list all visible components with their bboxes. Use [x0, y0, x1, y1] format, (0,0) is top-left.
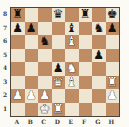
black-pawn-a7[interactable]: ♟ — [12, 22, 23, 35]
rank-label-3: 3 — [0, 75, 10, 89]
white-king-c1[interactable]: ♚ — [39, 103, 50, 116]
file-label-a: A — [10, 116, 24, 126]
black-king-h8[interactable]: ♚ — [107, 8, 118, 21]
square-f7[interactable] — [79, 22, 93, 36]
square-e5[interactable] — [65, 49, 79, 63]
square-c3[interactable] — [38, 76, 52, 90]
square-b4[interactable] — [25, 62, 39, 76]
square-a2[interactable]: ♟ — [11, 89, 25, 103]
square-c7[interactable] — [38, 22, 52, 36]
white-pawn-a2[interactable]: ♟ — [12, 89, 23, 102]
square-c2[interactable]: ♟ — [38, 89, 52, 103]
square-h7[interactable]: ♟ — [106, 22, 120, 36]
rank-label-6: 6 — [0, 34, 10, 48]
square-h5[interactable] — [106, 49, 120, 63]
square-d7[interactable] — [52, 22, 66, 36]
file-label-c: C — [37, 116, 51, 126]
black-pawn-h7[interactable]: ♟ — [107, 22, 118, 35]
file-label-e: E — [64, 116, 78, 126]
black-queen-d8[interactable]: ♛ — [53, 8, 64, 21]
square-a3[interactable] — [11, 76, 25, 90]
chess-board: ♜♛♜♚♟♟♝♞♟♞♝♟♟♞♛♝♜♟♟♟♟♚♜ — [10, 7, 120, 117]
square-e7[interactable]: ♝ — [65, 22, 79, 36]
square-h6[interactable] — [106, 35, 120, 49]
square-d1[interactable]: ♜ — [52, 103, 66, 117]
square-f5[interactable] — [79, 49, 93, 63]
square-f1[interactable] — [79, 103, 93, 117]
square-c8[interactable] — [38, 8, 52, 22]
square-c4[interactable] — [38, 62, 52, 76]
rank-labels: 87654321 — [0, 7, 10, 115]
square-g1[interactable] — [92, 103, 106, 117]
square-h8[interactable]: ♚ — [106, 8, 120, 22]
square-d4[interactable]: ♟ — [52, 62, 66, 76]
file-label-h: H — [105, 116, 119, 126]
black-rook-a8[interactable]: ♜ — [12, 8, 23, 21]
square-a4[interactable] — [11, 62, 25, 76]
square-e6[interactable]: ♝ — [65, 35, 79, 49]
white-bishop-e6[interactable]: ♝ — [66, 35, 77, 48]
file-labels: ABCDEFGH — [10, 116, 118, 126]
square-f6[interactable] — [79, 35, 93, 49]
black-pawn-g5[interactable]: ♟ — [93, 49, 104, 62]
square-g8[interactable] — [92, 8, 106, 22]
square-g4[interactable] — [92, 62, 106, 76]
white-pawn-h2[interactable]: ♟ — [107, 89, 118, 102]
square-b8[interactable] — [25, 8, 39, 22]
rank-label-2: 2 — [0, 88, 10, 102]
white-rook-h3[interactable]: ♜ — [107, 76, 118, 89]
white-knight-e4[interactable]: ♞ — [66, 62, 77, 75]
file-label-d: D — [51, 116, 65, 126]
square-f8[interactable]: ♜ — [79, 8, 93, 22]
square-e1[interactable] — [65, 103, 79, 117]
rank-label-8: 8 — [0, 7, 10, 21]
rank-label-7: 7 — [0, 21, 10, 35]
black-knight-g7[interactable]: ♞ — [93, 22, 104, 35]
rank-label-1: 1 — [0, 102, 10, 116]
square-e3[interactable]: ♝ — [65, 76, 79, 90]
square-a1[interactable] — [11, 103, 25, 117]
rank-label-5: 5 — [0, 48, 10, 62]
black-pawn-b7[interactable]: ♟ — [26, 22, 37, 35]
black-bishop-e7[interactable]: ♝ — [66, 22, 77, 35]
black-rook-f8[interactable]: ♜ — [80, 8, 91, 21]
square-e4[interactable]: ♞ — [65, 62, 79, 76]
square-c1[interactable]: ♚ — [38, 103, 52, 117]
square-e8[interactable] — [65, 8, 79, 22]
white-bishop-e3[interactable]: ♝ — [66, 76, 77, 89]
square-d3[interactable]: ♛ — [52, 76, 66, 90]
square-a7[interactable]: ♟ — [11, 22, 25, 36]
white-pawn-c2[interactable]: ♟ — [39, 89, 50, 102]
square-g5[interactable]: ♟ — [92, 49, 106, 63]
square-b6[interactable] — [25, 35, 39, 49]
chess-diagram: 87654321 ♜♛♜♚♟♟♝♞♟♞♝♟♟♞♛♝♜♟♟♟♟♚♜ ABCDEFG… — [0, 0, 129, 127]
square-b7[interactable]: ♟ — [25, 22, 39, 36]
square-f3[interactable] — [79, 76, 93, 90]
square-c5[interactable] — [38, 49, 52, 63]
square-a5[interactable] — [11, 49, 25, 63]
square-h1[interactable] — [106, 103, 120, 117]
square-g2[interactable] — [92, 89, 106, 103]
square-b5[interactable] — [25, 49, 39, 63]
square-b3[interactable] — [25, 76, 39, 90]
square-f4[interactable] — [79, 62, 93, 76]
square-h3[interactable]: ♜ — [106, 76, 120, 90]
square-e2[interactable] — [65, 89, 79, 103]
square-b1[interactable] — [25, 103, 39, 117]
white-pawn-b2[interactable]: ♟ — [26, 89, 37, 102]
square-g6[interactable] — [92, 35, 106, 49]
square-f2[interactable] — [79, 89, 93, 103]
file-label-b: B — [24, 116, 38, 126]
rank-label-4: 4 — [0, 61, 10, 75]
white-queen-d3[interactable]: ♛ — [53, 76, 64, 89]
black-knight-c6[interactable]: ♞ — [39, 35, 50, 48]
square-h2[interactable]: ♟ — [106, 89, 120, 103]
square-a8[interactable]: ♜ — [11, 8, 25, 22]
square-b2[interactable]: ♟ — [25, 89, 39, 103]
square-a6[interactable] — [11, 35, 25, 49]
black-pawn-d4[interactable]: ♟ — [53, 62, 64, 75]
square-d6[interactable] — [52, 35, 66, 49]
square-g7[interactable]: ♞ — [92, 22, 106, 36]
square-h4[interactable] — [106, 62, 120, 76]
square-d2[interactable] — [52, 89, 66, 103]
square-d8[interactable]: ♛ — [52, 8, 66, 22]
square-c6[interactable]: ♞ — [38, 35, 52, 49]
file-label-f: F — [78, 116, 92, 126]
file-label-g: G — [91, 116, 105, 126]
square-g3[interactable] — [92, 76, 106, 90]
white-rook-d1[interactable]: ♜ — [53, 103, 64, 116]
square-d5[interactable] — [52, 49, 66, 63]
